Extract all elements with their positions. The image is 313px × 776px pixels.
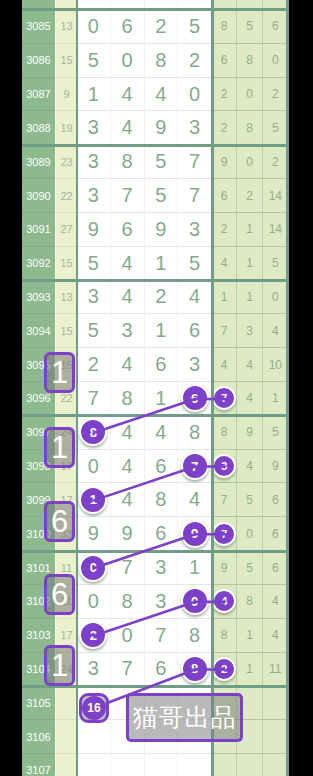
stat-cell: 10 [263, 348, 288, 382]
digit-cell [178, 754, 212, 776]
digit-cell: 4 [111, 416, 145, 450]
pick-box-3101-3102: 6 [44, 574, 75, 615]
issue-cell: 3091 [22, 213, 55, 247]
chart-row-3107: 3107 [22, 754, 288, 776]
digit-cell: 0 [77, 551, 111, 585]
stat-cell: 9 [263, 450, 288, 484]
digit-cell: 1 [145, 314, 179, 348]
digit-cell: 4 [145, 78, 179, 112]
stat-cell: 2 [263, 145, 288, 179]
pick-box-3099-3100: 6 [44, 501, 75, 542]
issue-cell: 3086 [22, 44, 55, 78]
stat-cell: 4 [237, 450, 262, 484]
digit-cell: 3 [145, 551, 179, 585]
digit-cell: 6 [145, 653, 179, 687]
group-separator-line [22, 414, 288, 417]
digit-cell: 1 [178, 551, 212, 585]
circled-number: 0 [181, 587, 209, 615]
issue-cell: 3088 [22, 111, 55, 145]
stat-cell: 4 [237, 348, 262, 382]
stat-cell: 14 [263, 179, 288, 213]
stat-cell: 9 [237, 416, 262, 450]
stat-cell: 4 [263, 585, 288, 619]
circled-number: 8 [79, 418, 107, 446]
digit-cell: 0 [77, 450, 111, 484]
pick-box-3095-3096: 1 [44, 352, 75, 393]
stat-cell: 8 [212, 10, 237, 44]
stat-cell: 1 [237, 281, 262, 315]
stat-cell: 8 [237, 585, 262, 619]
stat-cell: 2 [212, 213, 237, 247]
badge-label: 16 [87, 701, 100, 715]
stat-cell: 1 [237, 619, 262, 653]
digit-cell: 3 [178, 111, 212, 145]
stat-cell [263, 754, 288, 776]
circled-number: 8 [181, 655, 209, 683]
stat-cell: 5 [237, 551, 262, 585]
circled-number: 2 [79, 621, 107, 649]
stat-cell: 1 [237, 213, 262, 247]
stat-cell: 2 [212, 111, 237, 145]
group-separator-line [22, 8, 288, 11]
digit-cell: 6 [145, 348, 179, 382]
chart-row-3091: 30912796932114 [22, 213, 288, 247]
stat-cell: 2 [212, 653, 237, 687]
digit-cell: 4 [111, 483, 145, 517]
digit-cell: 4 [111, 450, 145, 484]
digit-cell: 2 [77, 348, 111, 382]
circled-number: 2 [212, 657, 236, 681]
digit-cell: 8 [111, 585, 145, 619]
digit-cell: 3 [178, 213, 212, 247]
stat-cell: 5 [237, 10, 262, 44]
digit-cell: 4 [145, 416, 179, 450]
digit-cell: 3 [145, 585, 179, 619]
issue-cell: 3087 [22, 78, 55, 112]
digit-cell: 3 [77, 179, 111, 213]
digit-cell: 7 [111, 653, 145, 687]
circled-number: 1 [79, 486, 107, 514]
digit-cell: 7 [111, 551, 145, 585]
digit-cell: 0 [111, 44, 145, 78]
digit-cell: 8 [111, 145, 145, 179]
stat-cell: 6 [263, 551, 288, 585]
stat-cell: 14 [263, 213, 288, 247]
digit-cell: 2 [77, 619, 111, 653]
digit-cell: 3 [77, 653, 111, 687]
digit-cell: 1 [77, 483, 111, 517]
digit-cell: 2 [145, 10, 179, 44]
digit-cell: 9 [178, 517, 212, 551]
stat-cell [212, 754, 237, 776]
group-separator-line [22, 279, 288, 282]
stat-cell: 1 [263, 382, 288, 416]
digit-cell: 8 [178, 653, 212, 687]
stat-cell: 0 [237, 78, 262, 112]
circled-number: 3 [212, 454, 236, 478]
stat-cell: 8 [212, 416, 237, 450]
digit-cell: 8 [77, 416, 111, 450]
pick-box-3103-3104: 1 [44, 645, 75, 686]
stat-cell: 3 [237, 314, 262, 348]
digit-cell: 0 [77, 585, 111, 619]
stat-cell [263, 720, 288, 754]
issue-cell: 3092 [22, 247, 55, 281]
sum-cell: 27 [55, 213, 77, 247]
stat-cell: 6 [212, 179, 237, 213]
digit-cell: 7 [178, 450, 212, 484]
digit-cell: 2 [145, 281, 179, 315]
stat-cell: 9 [212, 145, 237, 179]
digit-cell: 8 [145, 44, 179, 78]
digit-cell: 5 [77, 314, 111, 348]
digit-cell: 5 [178, 247, 212, 281]
stat-cell: 2 [263, 78, 288, 112]
circled-number: 7 [181, 452, 209, 480]
stat-cell: 6 [263, 483, 288, 517]
stat-cell: 11 [263, 653, 288, 687]
digit-cell: 7 [77, 382, 111, 416]
digit-cell: 4 [111, 348, 145, 382]
stat-cell: 5 [263, 416, 288, 450]
stat-cell: 0 [237, 145, 262, 179]
column-separator-line [76, 0, 79, 776]
sum-cell [55, 754, 77, 776]
stat-cell: 4 [212, 585, 237, 619]
stat-cell: 7 [212, 517, 237, 551]
stat-cell: 5 [263, 111, 288, 145]
digit-cell: 5 [145, 179, 179, 213]
issue-cell: 3105 [22, 686, 55, 720]
lottery-trend-chart-screen: 3085130625856308615508268030879144020230… [0, 0, 313, 776]
sum-cell: 19 [55, 111, 77, 145]
chart-row-3088: 3088193493285 [22, 111, 288, 145]
stat-cell: 5 [263, 247, 288, 281]
sum-cell: 23 [55, 145, 77, 179]
circled-number: 4 [212, 589, 236, 613]
stat-cell: 8 [237, 111, 262, 145]
digit-cell: 1 [77, 78, 111, 112]
stat-cell: 0 [237, 517, 262, 551]
digit-cell: 9 [145, 213, 179, 247]
digit-cell: 7 [111, 179, 145, 213]
stat-cell: 4 [212, 348, 237, 382]
digit-cell: 4 [111, 247, 145, 281]
digit-cell: 8 [178, 619, 212, 653]
stat-cell: 2 [212, 78, 237, 112]
chart-row-3086: 3086155082680 [22, 44, 288, 78]
digit-cell: 7 [178, 179, 212, 213]
digit-cell: 1 [145, 247, 179, 281]
digit-cell: 6 [178, 382, 212, 416]
digit-cell: 8 [145, 483, 179, 517]
digit-cell [111, 754, 145, 776]
stat-cell: 6 [212, 44, 237, 78]
circled-number: 9 [181, 520, 209, 548]
chart-row-3092: 3092155415415 [22, 247, 288, 281]
issue-cell: 3094 [22, 314, 55, 348]
stat-cell: 1 [237, 247, 262, 281]
digit-cell: 7 [145, 619, 179, 653]
circled-number: 7 [212, 386, 236, 410]
stat-cell: 5 [237, 483, 262, 517]
sum-cell: 13 [55, 10, 77, 44]
digit-cell: 4 [111, 78, 145, 112]
digit-cell: 0 [178, 78, 212, 112]
digit-cell: 3 [111, 314, 145, 348]
digit-cell: 4 [111, 111, 145, 145]
digit-cell: 5 [77, 44, 111, 78]
digit-cell: 6 [111, 213, 145, 247]
sum-cell [55, 686, 77, 720]
digit-cell: 9 [111, 517, 145, 551]
digit-cell: 3 [178, 348, 212, 382]
stat-cell: 6 [263, 10, 288, 44]
pick-box-3097-3098: 1 [44, 427, 75, 468]
sum-cell: 15 [55, 247, 77, 281]
issue-cell: 3107 [22, 754, 55, 776]
sum-cell: 15 [55, 44, 77, 78]
digit-cell [77, 754, 111, 776]
digit-cell: 9 [77, 517, 111, 551]
sum-cell: 22 [55, 179, 77, 213]
watermark-box: 猫哥出品 [126, 693, 243, 742]
circled-number: 7 [212, 522, 236, 546]
stat-cell: 3 [212, 450, 237, 484]
digit-cell: 5 [77, 247, 111, 281]
digit-cell: 4 [178, 281, 212, 315]
digit-cell: 5 [145, 145, 179, 179]
digit-cell [77, 720, 111, 754]
chart-row-3087: 308791440202 [22, 78, 288, 112]
stat-cell: 8 [212, 619, 237, 653]
sum-cell: 9 [55, 78, 77, 112]
digit-cell: 4 [178, 483, 212, 517]
chart-row-3085: 3085130625856 [22, 10, 288, 44]
sum-cell: 13 [55, 281, 77, 315]
sum-cell: 15 [55, 314, 77, 348]
issue-cell: 3093 [22, 281, 55, 315]
stat-cell: 1 [237, 653, 262, 687]
issue-cell: 3085 [22, 10, 55, 44]
stat-cell: 4 [263, 619, 288, 653]
digit-cell [145, 754, 179, 776]
stat-cell [263, 686, 288, 720]
stat-cell: 7 [212, 483, 237, 517]
digit-cell: 8 [111, 382, 145, 416]
watermark-text: 猫哥出品 [133, 701, 237, 734]
pick-badge-16: 16 [79, 693, 109, 723]
stat-cell: 4 [212, 247, 237, 281]
stat-cell: 0 [263, 281, 288, 315]
circled-number: 6 [181, 384, 209, 412]
digit-cell: 1 [145, 382, 179, 416]
digit-cell: 6 [111, 10, 145, 44]
issue-cell: 3106 [22, 720, 55, 754]
stat-cell: 6 [263, 517, 288, 551]
stat-cell: 4 [263, 314, 288, 348]
digit-cell: 2 [178, 44, 212, 78]
digit-cell: 0 [77, 10, 111, 44]
sum-cell [55, 720, 77, 754]
stat-cell: 2 [237, 179, 262, 213]
column-separator-line [286, 0, 289, 776]
stat-cell [237, 754, 262, 776]
chart-row-3090: 30902237576214 [22, 179, 288, 213]
column-separator-line [211, 0, 214, 776]
issue-cell: 3089 [22, 145, 55, 179]
issue-cell: 3090 [22, 179, 55, 213]
stat-cell: 1 [212, 281, 237, 315]
digit-cell: 7 [178, 145, 212, 179]
chart-row-3093: 3093133424110 [22, 281, 288, 315]
digit-cell: 6 [145, 450, 179, 484]
digit-cell: 8 [178, 416, 212, 450]
stat-cell: 7 [212, 314, 237, 348]
digit-cell: 3 [77, 281, 111, 315]
group-separator-line [22, 550, 288, 553]
digit-cell: 9 [77, 213, 111, 247]
digit-cell: 3 [77, 111, 111, 145]
digit-cell: 6 [145, 517, 179, 551]
stat-cell: 8 [237, 44, 262, 78]
digit-cell: 6 [178, 314, 212, 348]
stat-cell: 4 [237, 382, 262, 416]
stat-cell: 9 [212, 551, 237, 585]
digit-cell: 4 [111, 281, 145, 315]
circled-number: 0 [79, 554, 107, 582]
digit-cell: 0 [178, 585, 212, 619]
digit-cell: 3 [77, 145, 111, 179]
stat-cell: 7 [212, 382, 237, 416]
badge-circle: 16 [82, 696, 106, 720]
digit-cell: 9 [145, 111, 179, 145]
digit-cell: 5 [178, 10, 212, 44]
digit-cell: 0 [111, 619, 145, 653]
chart-row-3094: 3094155316734 [22, 314, 288, 348]
chart-row-3089: 3089233857902 [22, 145, 288, 179]
group-separator-line [22, 144, 288, 147]
stat-cell: 0 [263, 44, 288, 78]
